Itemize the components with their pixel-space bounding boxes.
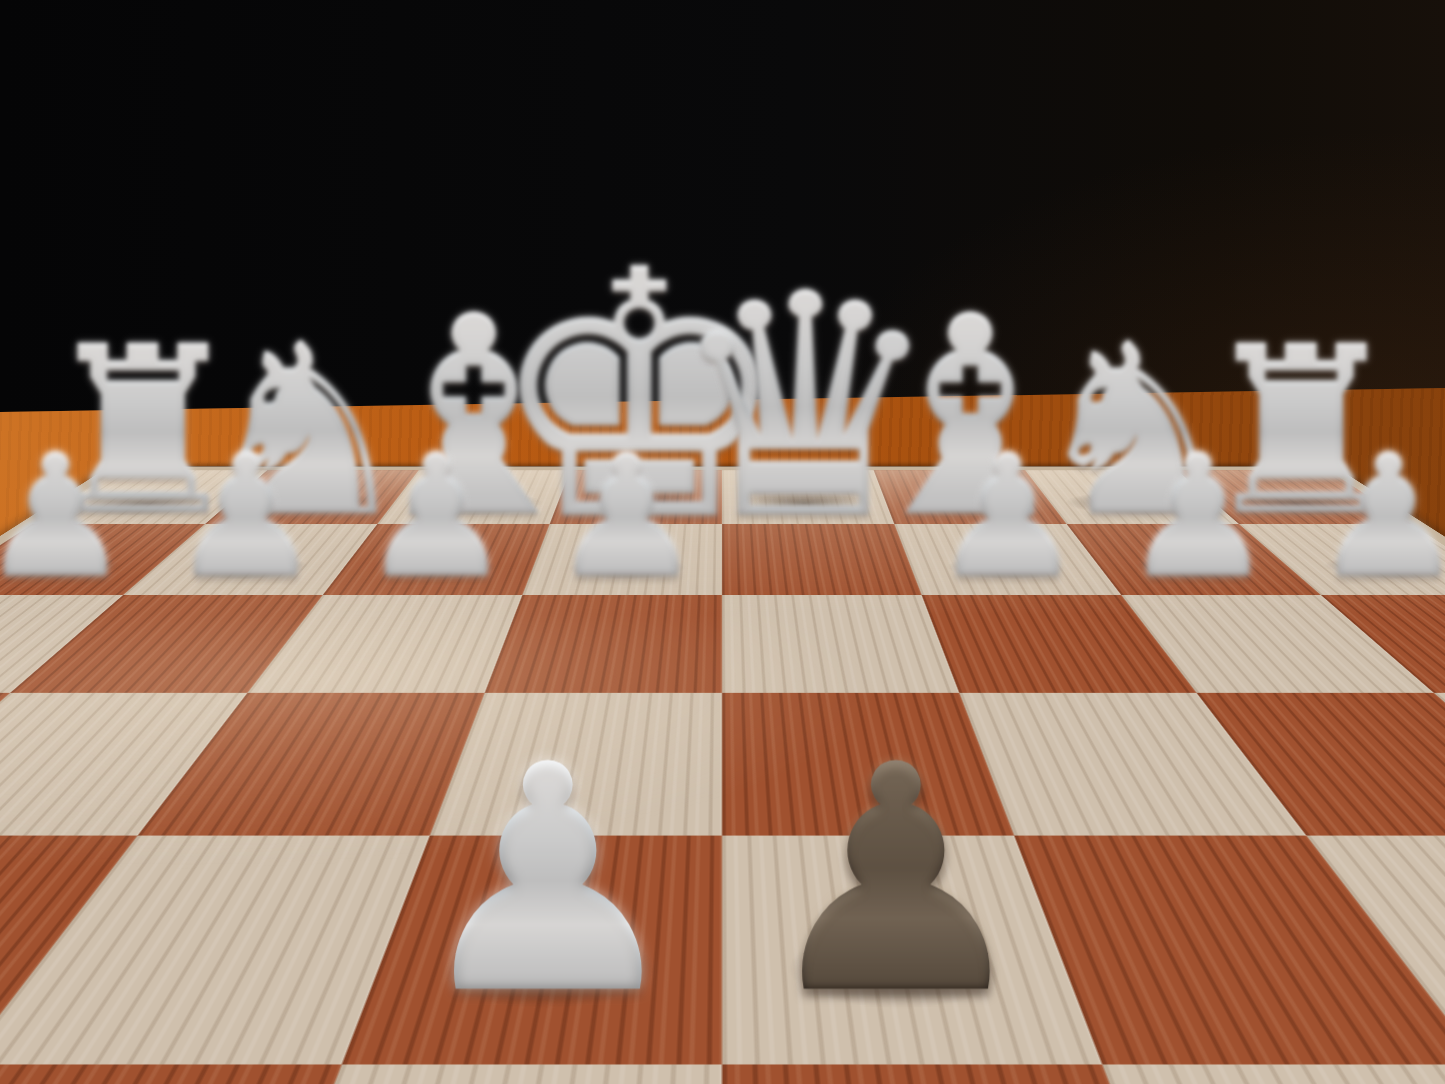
chessboard: ♜♞♝♚♛♝♞♜♟♟♟♟♟♟♟♟♟ xyxy=(0,466,1445,1084)
square-f6 xyxy=(0,1064,342,1084)
photo-frame: ♜♞♝♚♛♝♞♜♟♟♟♟♟♟♟♟♟ xyxy=(0,0,1445,1084)
square-e3 xyxy=(485,595,722,693)
white-pawn-e2: ♟ xyxy=(522,524,722,595)
square-c6 xyxy=(1102,1064,1445,1084)
square-d3 xyxy=(722,595,959,693)
